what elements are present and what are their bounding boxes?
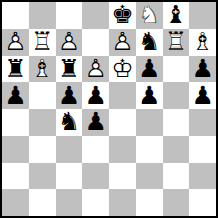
square-f1[interactable]: [136, 189, 163, 216]
square-f3[interactable]: [136, 136, 163, 163]
square-b5[interactable]: [29, 82, 56, 109]
white-pawn-piece: ♟♙: [2, 29, 28, 55]
square-d3[interactable]: [82, 136, 109, 163]
square-d7[interactable]: [82, 29, 109, 56]
square-e5[interactable]: [109, 82, 136, 109]
black-pawn-piece: ♟: [136, 56, 162, 82]
square-b8[interactable]: [29, 2, 56, 29]
square-f8[interactable]: ♞♘: [136, 2, 163, 29]
square-a2[interactable]: [2, 163, 29, 190]
square-b7[interactable]: ♜♖: [29, 29, 56, 56]
square-d6[interactable]: ♟♙: [82, 56, 109, 83]
square-f2[interactable]: [136, 163, 163, 190]
square-c5[interactable]: ♟: [56, 82, 83, 109]
white-pawn-piece: ♟♙: [56, 29, 82, 55]
square-f6[interactable]: ♟: [136, 56, 163, 83]
square-g7[interactable]: ♜♖: [163, 29, 190, 56]
square-g3[interactable]: [163, 136, 190, 163]
square-h7[interactable]: ♝♗: [189, 29, 216, 56]
square-g8[interactable]: ♝: [163, 2, 190, 29]
white-bishop-piece: ♝♗: [29, 56, 55, 82]
square-g6[interactable]: [163, 56, 190, 83]
white-rook-piece: ♜♖: [29, 29, 55, 55]
square-f4[interactable]: [136, 109, 163, 136]
black-pawn-piece: ♟: [136, 83, 162, 109]
square-d2[interactable]: [82, 163, 109, 190]
square-c8[interactable]: [56, 2, 83, 29]
square-a4[interactable]: [2, 109, 29, 136]
square-a5[interactable]: ♟: [2, 82, 29, 109]
square-b3[interactable]: [29, 136, 56, 163]
black-bishop-piece: ♝: [163, 2, 189, 28]
square-f7[interactable]: ♞: [136, 29, 163, 56]
black-pawn-piece: ♟: [190, 83, 216, 109]
square-b6[interactable]: ♝♗: [29, 56, 56, 83]
white-knight-piece: ♞♘: [136, 2, 162, 28]
square-h3[interactable]: [189, 136, 216, 163]
square-e4[interactable]: [109, 109, 136, 136]
square-c2[interactable]: [56, 163, 83, 190]
square-h1[interactable]: [189, 189, 216, 216]
square-h4[interactable]: [189, 109, 216, 136]
white-king-piece: ♚♔: [109, 56, 135, 82]
square-g1[interactable]: [163, 189, 190, 216]
square-c3[interactable]: [56, 136, 83, 163]
square-a8[interactable]: [2, 2, 29, 29]
square-b2[interactable]: [29, 163, 56, 190]
square-h2[interactable]: [189, 163, 216, 190]
square-d4[interactable]: ♟: [82, 109, 109, 136]
square-f5[interactable]: ♟: [136, 82, 163, 109]
square-a3[interactable]: [2, 136, 29, 163]
square-b4[interactable]: [29, 109, 56, 136]
square-d1[interactable]: [82, 189, 109, 216]
black-knight-piece: ♞: [136, 29, 162, 55]
square-c1[interactable]: [56, 189, 83, 216]
black-rook-piece: ♜: [56, 56, 82, 82]
black-knight-piece: ♞: [56, 109, 82, 135]
white-rook-piece: ♜♖: [163, 29, 189, 55]
square-h5[interactable]: ♟: [189, 82, 216, 109]
black-pawn-piece: ♟: [56, 83, 82, 109]
square-c4[interactable]: ♞: [56, 109, 83, 136]
square-e6[interactable]: ♚♔: [109, 56, 136, 83]
black-pawn-piece: ♟: [2, 83, 28, 109]
square-e1[interactable]: [109, 189, 136, 216]
square-g4[interactable]: [163, 109, 190, 136]
square-e2[interactable]: [109, 163, 136, 190]
square-e3[interactable]: [109, 136, 136, 163]
square-c6[interactable]: ♜: [56, 56, 83, 83]
black-pawn-piece: ♟: [83, 109, 109, 135]
square-h6[interactable]: ♟: [189, 56, 216, 83]
square-e8[interactable]: ♚: [109, 2, 136, 29]
square-g2[interactable]: [163, 163, 190, 190]
square-h8[interactable]: [189, 2, 216, 29]
square-a6[interactable]: ♜: [2, 56, 29, 83]
white-bishop-piece: ♝♗: [190, 29, 216, 55]
square-e7[interactable]: ♟♙: [109, 29, 136, 56]
square-a7[interactable]: ♟♙: [2, 29, 29, 56]
square-d5[interactable]: ♟: [82, 82, 109, 109]
white-pawn-piece: ♟♙: [83, 56, 109, 82]
square-a1[interactable]: [2, 189, 29, 216]
square-c7[interactable]: ♟♙: [56, 29, 83, 56]
black-king-piece: ♚: [109, 2, 135, 28]
square-d8[interactable]: [82, 2, 109, 29]
square-b1[interactable]: [29, 189, 56, 216]
black-pawn-piece: ♟: [83, 83, 109, 109]
white-pawn-piece: ♟♙: [109, 29, 135, 55]
black-rook-piece: ♜: [2, 56, 28, 82]
chess-board: ♚♞♘♝♟♙♜♖♟♙♟♙♞♜♖♝♗♜♝♗♜♟♙♚♔♟♟♟♟♟♟♟♞♟: [0, 0, 218, 218]
black-pawn-piece: ♟: [190, 56, 216, 82]
square-g5[interactable]: [163, 82, 190, 109]
